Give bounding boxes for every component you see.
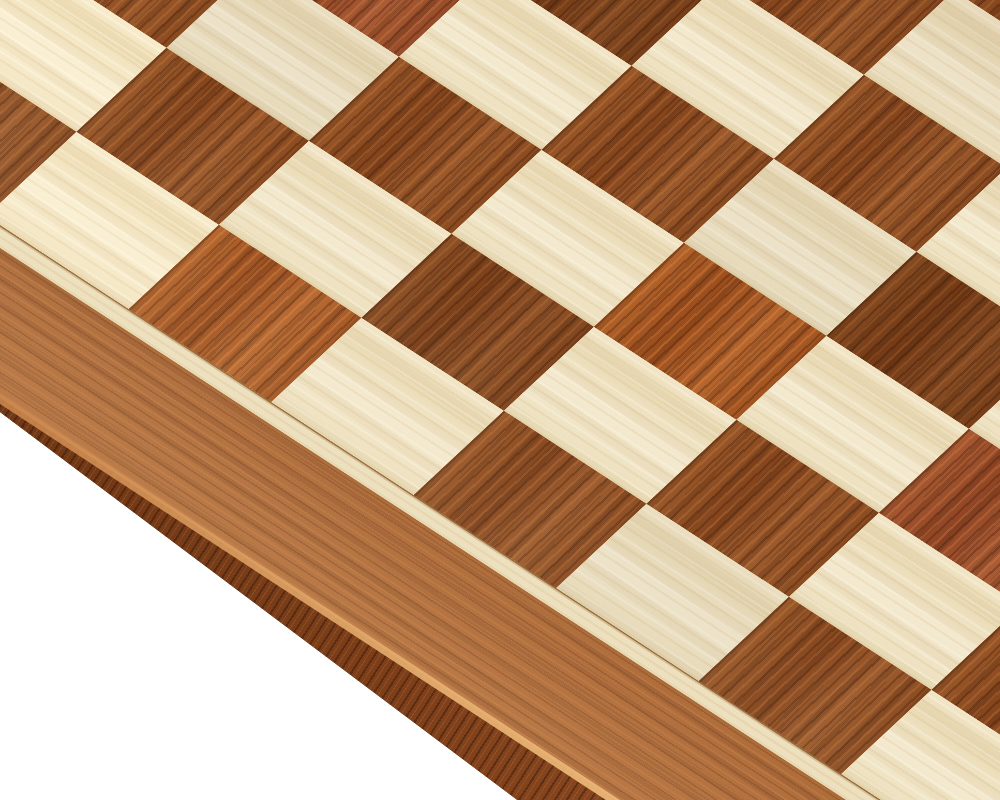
chessboard-product-photo [0,0,1000,800]
board-squares-grid [0,0,1000,800]
chess-board [0,0,1000,800]
